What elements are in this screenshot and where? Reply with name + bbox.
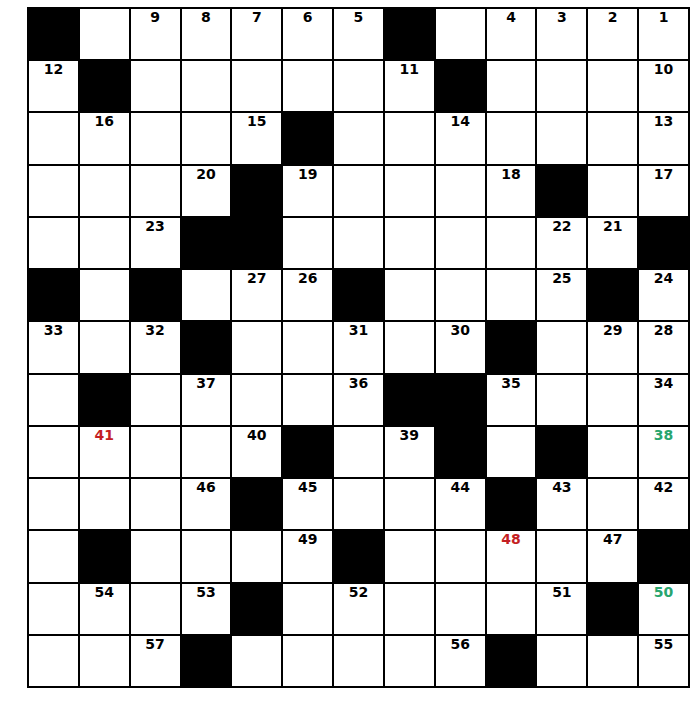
white-cell[interactable]: 12 [29, 61, 78, 111]
white-cell[interactable] [334, 479, 383, 529]
white-cell[interactable]: 14 [436, 113, 485, 163]
white-cell[interactable] [80, 218, 129, 268]
block-cell [232, 166, 281, 216]
clue-number: 16 [80, 114, 129, 129]
white-cell[interactable]: 32 [131, 322, 180, 372]
white-cell[interactable]: 9 [131, 9, 180, 59]
white-cell[interactable]: 22 [537, 218, 586, 268]
white-cell[interactable]: 23 [131, 218, 180, 268]
white-cell[interactable]: 29 [588, 322, 637, 372]
white-cell[interactable] [232, 375, 281, 425]
white-cell[interactable] [131, 375, 180, 425]
white-cell[interactable] [385, 166, 434, 216]
white-cell[interactable] [80, 322, 129, 372]
white-cell[interactable]: 30 [436, 322, 485, 372]
white-cell[interactable]: 7 [232, 9, 281, 59]
block-cell [385, 9, 434, 59]
block-cell [232, 218, 281, 268]
white-cell[interactable]: 55 [639, 636, 688, 686]
white-cell[interactable]: 21 [588, 218, 637, 268]
white-cell[interactable]: 17 [639, 166, 688, 216]
white-cell[interactable] [436, 584, 485, 634]
white-cell[interactable] [537, 375, 586, 425]
block-cell [182, 322, 231, 372]
clue-number: 51 [537, 585, 586, 600]
white-cell[interactable] [436, 166, 485, 216]
clue-number: 55 [639, 637, 688, 652]
block-cell [80, 531, 129, 581]
white-cell[interactable] [232, 636, 281, 686]
white-cell[interactable] [80, 636, 129, 686]
white-cell[interactable] [283, 584, 332, 634]
clue-number: 28 [639, 323, 688, 338]
white-cell[interactable] [487, 270, 536, 320]
white-cell[interactable]: 40 [232, 427, 281, 477]
block-cell [334, 270, 383, 320]
clue-number: 11 [385, 62, 434, 77]
white-cell[interactable] [385, 322, 434, 372]
clue-number: 7 [232, 10, 281, 25]
white-cell[interactable] [232, 322, 281, 372]
clue-number: 53 [182, 585, 231, 600]
white-cell[interactable]: 4 [487, 9, 536, 59]
white-cell[interactable] [436, 531, 485, 581]
white-cell[interactable] [588, 113, 637, 163]
white-cell[interactable] [385, 636, 434, 686]
white-cell[interactable] [131, 479, 180, 529]
page: 9876543211211101615141320191817232221272… [0, 0, 700, 717]
clue-number: 43 [537, 480, 586, 495]
white-cell[interactable] [29, 479, 78, 529]
white-cell[interactable]: 16 [80, 113, 129, 163]
clue-number: 33 [29, 323, 78, 338]
white-cell[interactable] [283, 218, 332, 268]
white-cell[interactable]: 20 [182, 166, 231, 216]
clue-number: 54 [80, 585, 129, 600]
white-cell[interactable]: 36 [334, 375, 383, 425]
white-cell[interactable] [29, 427, 78, 477]
white-cell[interactable] [29, 218, 78, 268]
white-cell[interactable] [588, 375, 637, 425]
white-cell[interactable]: 51 [537, 584, 586, 634]
block-cell [436, 375, 485, 425]
white-cell[interactable] [487, 427, 536, 477]
clue-number: 8 [182, 10, 231, 25]
white-cell[interactable] [436, 270, 485, 320]
white-cell[interactable] [385, 113, 434, 163]
white-cell[interactable] [385, 584, 434, 634]
white-cell[interactable] [385, 531, 434, 581]
white-cell[interactable]: 19 [283, 166, 332, 216]
block-cell [487, 322, 536, 372]
white-cell[interactable] [334, 636, 383, 686]
clue-number: 20 [182, 167, 231, 182]
white-cell[interactable] [29, 531, 78, 581]
block-cell [537, 427, 586, 477]
clue-number: 47 [588, 532, 637, 547]
white-cell[interactable]: 38 [639, 427, 688, 477]
block-cell [131, 270, 180, 320]
white-cell[interactable] [487, 61, 536, 111]
crossword-board: 9876543211211101615141320191817232221272… [27, 7, 690, 688]
white-cell[interactable]: 43 [537, 479, 586, 529]
white-cell[interactable] [487, 113, 536, 163]
block-cell [182, 218, 231, 268]
clue-number: 5 [334, 10, 383, 25]
block-cell [334, 531, 383, 581]
white-cell[interactable]: 5 [334, 9, 383, 59]
white-cell[interactable]: 39 [385, 427, 434, 477]
clue-number: 52 [334, 585, 383, 600]
clue-number: 21 [588, 219, 637, 234]
white-cell[interactable]: 6 [283, 9, 332, 59]
clue-number: 26 [283, 271, 332, 286]
block-cell [639, 218, 688, 268]
clue-number: 23 [131, 219, 180, 234]
white-cell[interactable] [537, 61, 586, 111]
white-cell[interactable] [537, 322, 586, 372]
white-cell[interactable] [334, 427, 383, 477]
block-cell [80, 375, 129, 425]
white-cell[interactable]: 35 [487, 375, 536, 425]
white-cell[interactable] [131, 584, 180, 634]
clue-number: 22 [537, 219, 586, 234]
clue-number: 50 [639, 585, 688, 600]
clue-number: 13 [639, 114, 688, 129]
white-cell[interactable] [588, 479, 637, 529]
clue-number: 18 [487, 167, 536, 182]
clue-number: 14 [436, 114, 485, 129]
white-cell[interactable] [29, 584, 78, 634]
block-cell [639, 531, 688, 581]
block-cell [588, 270, 637, 320]
block-cell [385, 375, 434, 425]
white-cell[interactable] [131, 427, 180, 477]
white-cell[interactable]: 27 [232, 270, 281, 320]
white-cell[interactable]: 34 [639, 375, 688, 425]
white-cell[interactable] [436, 218, 485, 268]
clue-number: 40 [232, 428, 281, 443]
white-cell[interactable] [131, 531, 180, 581]
white-cell[interactable] [283, 61, 332, 111]
block-cell [29, 9, 78, 59]
white-cell[interactable] [232, 61, 281, 111]
white-cell[interactable]: 44 [436, 479, 485, 529]
white-cell[interactable]: 26 [283, 270, 332, 320]
white-cell[interactable]: 18 [487, 166, 536, 216]
white-cell[interactable] [131, 166, 180, 216]
clue-number: 49 [283, 532, 332, 547]
white-cell[interactable]: 50 [639, 584, 688, 634]
white-cell[interactable]: 46 [182, 479, 231, 529]
clue-number: 31 [334, 323, 383, 338]
clue-number: 3 [537, 10, 586, 25]
white-cell[interactable]: 11 [385, 61, 434, 111]
white-cell[interactable] [283, 375, 332, 425]
white-cell[interactable]: 31 [334, 322, 383, 372]
clue-number: 35 [487, 376, 536, 391]
block-cell [436, 61, 485, 111]
clue-number: 38 [639, 428, 688, 443]
white-cell[interactable] [334, 113, 383, 163]
block-cell [588, 584, 637, 634]
clue-number: 12 [29, 62, 78, 77]
block-cell [436, 427, 485, 477]
white-cell[interactable] [182, 113, 231, 163]
white-cell[interactable]: 13 [639, 113, 688, 163]
white-cell[interactable] [487, 584, 536, 634]
block-cell [537, 166, 586, 216]
block-cell [283, 427, 332, 477]
white-cell[interactable]: 25 [537, 270, 586, 320]
white-cell[interactable] [131, 61, 180, 111]
clue-number: 2 [588, 10, 637, 25]
clue-number: 48 [487, 532, 536, 547]
white-cell[interactable] [131, 113, 180, 163]
clue-number: 39 [385, 428, 434, 443]
clue-number: 19 [283, 167, 332, 182]
clue-number: 56 [436, 637, 485, 652]
white-cell[interactable] [334, 218, 383, 268]
white-cell[interactable] [588, 427, 637, 477]
white-cell[interactable]: 33 [29, 322, 78, 372]
white-cell[interactable] [80, 270, 129, 320]
block-cell [487, 636, 536, 686]
white-cell[interactable] [29, 375, 78, 425]
white-cell[interactable]: 28 [639, 322, 688, 372]
clue-number: 46 [182, 480, 231, 495]
white-cell[interactable]: 47 [588, 531, 637, 581]
white-cell[interactable] [182, 427, 231, 477]
block-cell [29, 270, 78, 320]
clue-number: 30 [436, 323, 485, 338]
clue-number: 27 [232, 271, 281, 286]
clue-number: 17 [639, 167, 688, 182]
white-cell[interactable] [29, 113, 78, 163]
block-cell [80, 61, 129, 111]
clue-number: 42 [639, 480, 688, 495]
white-cell[interactable] [537, 531, 586, 581]
white-cell[interactable]: 56 [436, 636, 485, 686]
clue-number: 44 [436, 480, 485, 495]
white-cell[interactable] [334, 166, 383, 216]
clue-number: 36 [334, 376, 383, 391]
white-cell[interactable]: 3 [537, 9, 586, 59]
clue-number: 41 [80, 428, 129, 443]
white-cell[interactable] [537, 113, 586, 163]
white-cell[interactable]: 57 [131, 636, 180, 686]
white-cell[interactable] [80, 166, 129, 216]
white-cell[interactable] [385, 270, 434, 320]
white-cell[interactable] [232, 531, 281, 581]
block-cell [232, 479, 281, 529]
clue-number: 1 [639, 10, 688, 25]
white-cell[interactable] [283, 636, 332, 686]
clue-number: 9 [131, 10, 180, 25]
white-cell[interactable] [487, 218, 536, 268]
clue-number: 6 [283, 10, 332, 25]
white-cell[interactable]: 24 [639, 270, 688, 320]
white-cell[interactable]: 8 [182, 9, 231, 59]
block-cell [283, 113, 332, 163]
white-cell[interactable] [436, 9, 485, 59]
clue-number: 34 [639, 376, 688, 391]
clue-number: 37 [182, 376, 231, 391]
white-cell[interactable]: 42 [639, 479, 688, 529]
white-cell[interactable]: 41 [80, 427, 129, 477]
white-cell[interactable] [588, 61, 637, 111]
white-cell[interactable]: 53 [182, 584, 231, 634]
white-cell[interactable] [385, 218, 434, 268]
white-cell[interactable] [588, 166, 637, 216]
white-cell[interactable]: 15 [232, 113, 281, 163]
white-cell[interactable] [80, 9, 129, 59]
clue-number: 4 [487, 10, 536, 25]
white-cell[interactable]: 54 [80, 584, 129, 634]
white-cell[interactable]: 52 [334, 584, 383, 634]
clue-number: 45 [283, 480, 332, 495]
block-cell [487, 479, 536, 529]
clue-number: 29 [588, 323, 637, 338]
white-cell[interactable] [588, 636, 637, 686]
block-cell [232, 584, 281, 634]
white-cell[interactable] [283, 322, 332, 372]
white-cell[interactable]: 1 [639, 9, 688, 59]
white-cell[interactable]: 48 [487, 531, 536, 581]
white-cell[interactable] [182, 61, 231, 111]
white-cell[interactable] [80, 479, 129, 529]
white-cell[interactable]: 45 [283, 479, 332, 529]
clue-number: 57 [131, 637, 180, 652]
white-cell[interactable]: 49 [283, 531, 332, 581]
clue-number: 10 [639, 62, 688, 77]
clue-number: 32 [131, 323, 180, 338]
white-cell[interactable] [537, 636, 586, 686]
white-cell[interactable] [334, 61, 383, 111]
clue-number: 24 [639, 271, 688, 286]
block-cell [182, 636, 231, 686]
white-cell[interactable] [29, 636, 78, 686]
clue-number: 15 [232, 114, 281, 129]
white-cell[interactable] [182, 270, 231, 320]
clue-number: 25 [537, 271, 586, 286]
white-cell[interactable]: 10 [639, 61, 688, 111]
white-cell[interactable]: 2 [588, 9, 637, 59]
white-cell[interactable] [182, 531, 231, 581]
white-cell[interactable] [29, 166, 78, 216]
white-cell[interactable] [385, 479, 434, 529]
white-cell[interactable]: 37 [182, 375, 231, 425]
